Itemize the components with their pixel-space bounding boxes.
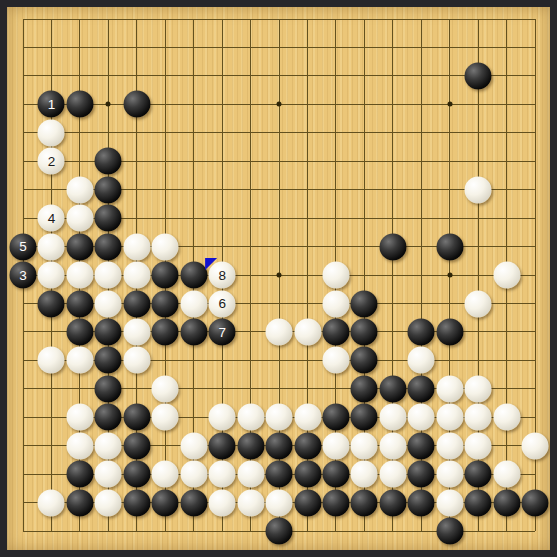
black-stone bbox=[408, 432, 435, 459]
move-number-label: 8 bbox=[218, 268, 226, 282]
white-stone bbox=[294, 404, 321, 431]
white-stone bbox=[436, 404, 463, 431]
black-stone bbox=[266, 432, 293, 459]
white-stone bbox=[493, 262, 520, 289]
white-stone bbox=[95, 461, 122, 488]
black-stone bbox=[123, 432, 150, 459]
white-stone bbox=[493, 404, 520, 431]
black-stone bbox=[322, 489, 349, 516]
black-stone bbox=[95, 148, 122, 175]
white-stone bbox=[465, 176, 492, 203]
black-stone bbox=[152, 489, 179, 516]
black-stone bbox=[123, 91, 150, 118]
black-stone bbox=[522, 489, 549, 516]
black-stone bbox=[294, 432, 321, 459]
black-stone bbox=[95, 375, 122, 402]
white-stone bbox=[209, 404, 236, 431]
black-stone bbox=[95, 205, 122, 232]
black-stone bbox=[266, 518, 293, 545]
black-stone bbox=[66, 461, 93, 488]
star-point bbox=[277, 273, 282, 278]
black-stone bbox=[66, 91, 93, 118]
black-stone bbox=[465, 62, 492, 89]
white-stone: 2 bbox=[38, 148, 65, 175]
black-stone bbox=[351, 489, 378, 516]
white-stone bbox=[408, 404, 435, 431]
black-stone: 1 bbox=[38, 91, 65, 118]
white-stone: 8 bbox=[209, 262, 236, 289]
black-stone bbox=[123, 290, 150, 317]
black-stone bbox=[351, 347, 378, 374]
black-stone bbox=[95, 318, 122, 345]
black-stone bbox=[408, 318, 435, 345]
black-stone bbox=[266, 461, 293, 488]
white-stone bbox=[408, 347, 435, 374]
move-number-label: 5 bbox=[19, 240, 27, 254]
black-stone bbox=[95, 347, 122, 374]
black-stone bbox=[436, 518, 463, 545]
white-stone bbox=[66, 347, 93, 374]
black-stone bbox=[152, 290, 179, 317]
white-stone bbox=[123, 233, 150, 260]
black-stone bbox=[180, 489, 207, 516]
black-stone bbox=[180, 262, 207, 289]
white-stone bbox=[66, 205, 93, 232]
white-stone bbox=[237, 489, 264, 516]
black-stone bbox=[322, 461, 349, 488]
white-stone bbox=[322, 347, 349, 374]
white-stone bbox=[66, 176, 93, 203]
white-stone: 6 bbox=[209, 290, 236, 317]
white-stone bbox=[209, 489, 236, 516]
black-stone bbox=[408, 461, 435, 488]
white-stone bbox=[237, 461, 264, 488]
white-stone bbox=[237, 404, 264, 431]
black-stone bbox=[180, 318, 207, 345]
black-stone bbox=[379, 233, 406, 260]
black-stone bbox=[351, 375, 378, 402]
white-stone bbox=[436, 432, 463, 459]
move-number-label: 7 bbox=[218, 325, 226, 339]
move-number-label: 4 bbox=[48, 211, 56, 225]
white-stone bbox=[379, 432, 406, 459]
black-stone bbox=[436, 233, 463, 260]
white-stone bbox=[266, 489, 293, 516]
black-stone bbox=[436, 318, 463, 345]
white-stone bbox=[465, 432, 492, 459]
black-stone bbox=[465, 489, 492, 516]
white-stone bbox=[294, 318, 321, 345]
white-stone: 4 bbox=[38, 205, 65, 232]
star-point bbox=[277, 102, 282, 107]
white-stone bbox=[379, 404, 406, 431]
white-stone bbox=[38, 233, 65, 260]
black-stone bbox=[322, 404, 349, 431]
black-stone bbox=[38, 290, 65, 317]
white-stone bbox=[436, 375, 463, 402]
white-stone bbox=[123, 262, 150, 289]
board-frame: 12453867 bbox=[0, 0, 557, 557]
white-stone bbox=[351, 432, 378, 459]
white-stone bbox=[351, 461, 378, 488]
white-stone bbox=[465, 404, 492, 431]
white-stone bbox=[180, 461, 207, 488]
white-stone bbox=[266, 404, 293, 431]
black-stone bbox=[294, 489, 321, 516]
white-stone bbox=[209, 461, 236, 488]
white-stone bbox=[436, 489, 463, 516]
white-stone bbox=[436, 461, 463, 488]
black-stone: 3 bbox=[10, 262, 37, 289]
black-stone bbox=[237, 432, 264, 459]
white-stone bbox=[66, 432, 93, 459]
black-stone bbox=[379, 375, 406, 402]
white-stone bbox=[180, 432, 207, 459]
black-stone bbox=[66, 318, 93, 345]
white-stone bbox=[180, 290, 207, 317]
move-number-label: 3 bbox=[19, 268, 27, 282]
white-stone bbox=[66, 262, 93, 289]
white-stone bbox=[522, 432, 549, 459]
black-stone bbox=[66, 290, 93, 317]
white-stone bbox=[38, 262, 65, 289]
white-stone bbox=[123, 347, 150, 374]
black-stone bbox=[351, 290, 378, 317]
black-stone bbox=[95, 176, 122, 203]
star-point bbox=[447, 273, 452, 278]
white-stone bbox=[95, 262, 122, 289]
black-stone bbox=[351, 404, 378, 431]
black-stone bbox=[152, 318, 179, 345]
black-stone bbox=[123, 489, 150, 516]
move-number-label: 1 bbox=[48, 98, 56, 112]
black-stone bbox=[465, 461, 492, 488]
white-stone bbox=[152, 404, 179, 431]
white-stone bbox=[95, 432, 122, 459]
black-stone bbox=[351, 318, 378, 345]
white-stone bbox=[123, 318, 150, 345]
move-number-label: 6 bbox=[218, 297, 226, 311]
black-stone bbox=[408, 489, 435, 516]
white-stone bbox=[95, 290, 122, 317]
black-stone bbox=[95, 233, 122, 260]
black-stone bbox=[123, 461, 150, 488]
move-number-label: 2 bbox=[48, 155, 56, 169]
white-stone bbox=[38, 489, 65, 516]
white-stone bbox=[322, 290, 349, 317]
white-stone bbox=[38, 347, 65, 374]
star-point bbox=[106, 102, 111, 107]
white-stone bbox=[465, 290, 492, 317]
white-stone bbox=[152, 233, 179, 260]
white-stone bbox=[95, 489, 122, 516]
black-stone bbox=[379, 489, 406, 516]
black-stone bbox=[95, 404, 122, 431]
star-point bbox=[447, 102, 452, 107]
white-stone bbox=[379, 461, 406, 488]
go-board[interactable]: 12453867 bbox=[7, 7, 550, 550]
black-stone: 7 bbox=[209, 318, 236, 345]
white-stone bbox=[322, 432, 349, 459]
black-stone bbox=[66, 233, 93, 260]
white-stone bbox=[66, 404, 93, 431]
white-stone bbox=[465, 375, 492, 402]
white-stone bbox=[322, 262, 349, 289]
white-stone bbox=[493, 461, 520, 488]
black-stone: 5 bbox=[10, 233, 37, 260]
white-stone bbox=[152, 375, 179, 402]
black-stone bbox=[322, 318, 349, 345]
black-stone bbox=[209, 432, 236, 459]
black-stone bbox=[66, 489, 93, 516]
black-stone bbox=[408, 375, 435, 402]
black-stone bbox=[123, 404, 150, 431]
black-stone bbox=[294, 461, 321, 488]
white-stone bbox=[38, 119, 65, 146]
black-stone bbox=[493, 489, 520, 516]
black-stone bbox=[152, 262, 179, 289]
white-stone bbox=[266, 318, 293, 345]
white-stone bbox=[152, 461, 179, 488]
